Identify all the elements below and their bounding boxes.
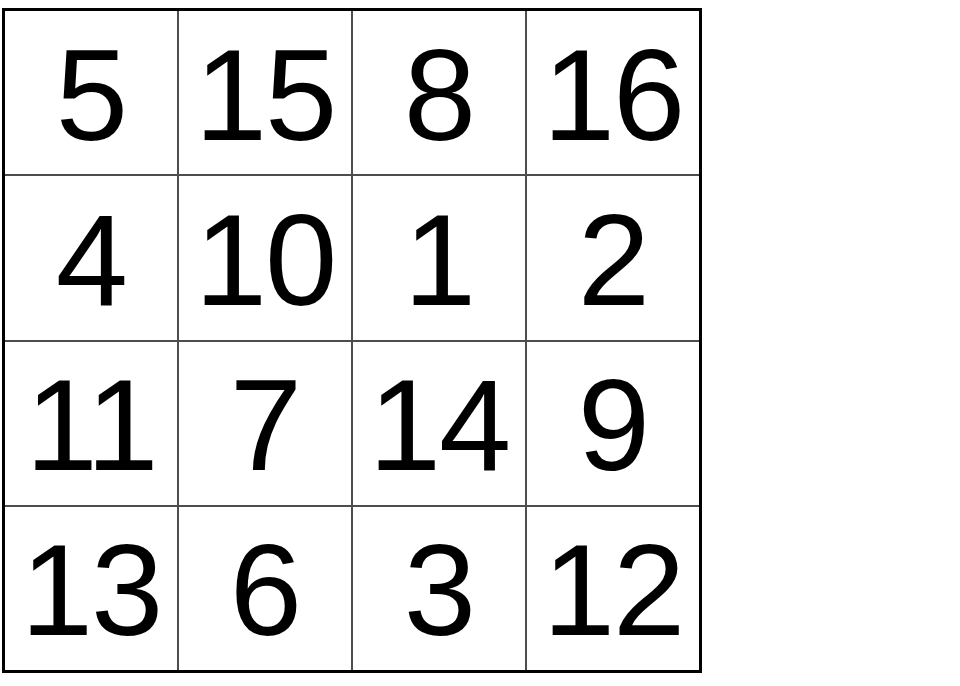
cell-value: 15	[195, 30, 336, 160]
grid-cell-r3c4[interactable]: 9	[527, 342, 699, 505]
grid-cell-r1c3[interactable]: 8	[353, 11, 525, 174]
cell-value: 9	[578, 360, 648, 490]
number-grid-board: 5 15 8 16 4 10 1 2 11 7 14 9 13 6 3 12	[2, 8, 702, 673]
grid-cell-r1c4[interactable]: 16	[527, 11, 699, 174]
cell-value: 8	[404, 30, 474, 160]
cell-value: 5	[56, 30, 126, 160]
grid-cell-r1c1[interactable]: 5	[5, 11, 177, 174]
cell-value: 6	[230, 525, 300, 655]
cell-value: 2	[578, 195, 648, 325]
grid-cell-r2c3[interactable]: 1	[353, 176, 525, 339]
grid-cell-r4c3[interactable]: 3	[353, 507, 525, 670]
grid-cell-r2c2[interactable]: 10	[179, 176, 351, 339]
cell-value: 13	[21, 525, 162, 655]
cell-value: 10	[195, 195, 336, 325]
grid-cell-r2c4[interactable]: 2	[527, 176, 699, 339]
grid-cell-r3c2[interactable]: 7	[179, 342, 351, 505]
cell-value: 14	[369, 360, 510, 490]
cell-value: 16	[543, 30, 684, 160]
grid-cell-r3c1[interactable]: 11	[5, 342, 177, 505]
grid-cell-r4c4[interactable]: 12	[527, 507, 699, 670]
cell-value: 12	[543, 525, 684, 655]
cell-value: 7	[230, 360, 300, 490]
grid-cell-r4c1[interactable]: 13	[5, 507, 177, 670]
grid-cell-r4c2[interactable]: 6	[179, 507, 351, 670]
grid-cell-r3c3[interactable]: 14	[353, 342, 525, 505]
grid-cell-r2c1[interactable]: 4	[5, 176, 177, 339]
cell-value: 1	[404, 195, 474, 325]
cell-value: 4	[56, 195, 126, 325]
cell-value: 11	[26, 360, 157, 490]
cell-value: 3	[404, 525, 474, 655]
grid-cell-r1c2[interactable]: 15	[179, 11, 351, 174]
